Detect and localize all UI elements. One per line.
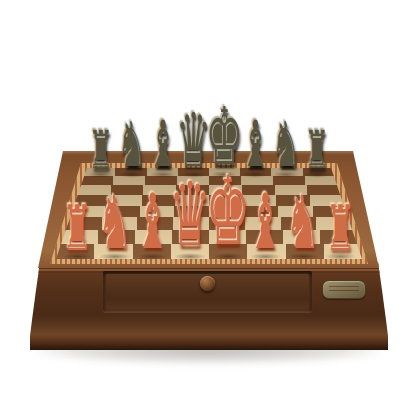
square-a3 xyxy=(66,217,102,230)
square-g2 xyxy=(283,230,320,244)
square-h2 xyxy=(320,230,357,244)
square-d4 xyxy=(174,206,209,218)
square-h6 xyxy=(307,185,340,195)
square-g4 xyxy=(278,206,313,218)
square-c4 xyxy=(140,206,175,218)
square-d6 xyxy=(176,185,209,195)
square-f2 xyxy=(246,230,283,244)
chess-set-photo: ♜♞♝♛♚♝♞♜♜♞♝♛♚♝♞♜ xyxy=(0,0,416,416)
square-a1 xyxy=(56,244,95,259)
square-e3 xyxy=(209,217,245,230)
square-b5 xyxy=(108,195,142,206)
plaque-engraving xyxy=(329,286,359,287)
square-c3 xyxy=(137,217,173,230)
square-e4 xyxy=(209,206,244,218)
square-b2 xyxy=(98,230,135,244)
square-e5 xyxy=(209,195,243,206)
square-f1 xyxy=(247,244,286,259)
chess-board xyxy=(56,168,362,259)
square-h1 xyxy=(324,244,363,259)
square-f5 xyxy=(243,195,277,206)
square-f4 xyxy=(244,206,279,218)
square-e1 xyxy=(209,244,248,259)
chess-case-front xyxy=(30,262,388,353)
square-b6 xyxy=(111,185,144,195)
square-a4 xyxy=(70,206,105,218)
square-d5 xyxy=(175,195,209,206)
square-h3 xyxy=(316,217,352,230)
square-c1 xyxy=(133,244,172,259)
square-f6 xyxy=(242,185,275,195)
square-c2 xyxy=(135,230,172,244)
square-c6 xyxy=(143,185,176,195)
square-g3 xyxy=(281,217,317,230)
square-e2 xyxy=(209,230,246,244)
square-b4 xyxy=(105,206,140,218)
square-e6 xyxy=(209,185,242,195)
square-c5 xyxy=(142,195,176,206)
square-g1 xyxy=(286,244,325,259)
square-b3 xyxy=(102,217,138,230)
square-g6 xyxy=(275,185,308,195)
drawer-knob-icon xyxy=(200,276,215,291)
square-b1 xyxy=(94,244,133,259)
square-g5 xyxy=(276,195,310,206)
square-a6 xyxy=(78,185,111,195)
square-h5 xyxy=(310,195,344,206)
square-f3 xyxy=(245,217,281,230)
square-a5 xyxy=(74,195,108,206)
square-a2 xyxy=(61,230,98,244)
square-h4 xyxy=(313,206,348,218)
brass-plaque xyxy=(322,280,366,299)
square-d1 xyxy=(171,244,210,259)
square-d2 xyxy=(172,230,209,244)
plaque-engraving xyxy=(329,290,359,291)
square-d3 xyxy=(173,217,209,230)
